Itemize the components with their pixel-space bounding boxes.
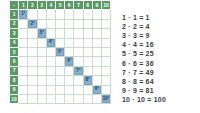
- grid-cell: [38, 48, 46, 56]
- row-header-7: 7: [10, 67, 18, 75]
- grid-cell: [102, 29, 110, 37]
- grid-cell: [38, 95, 46, 103]
- grid-cell: [74, 76, 82, 84]
- row-header-8: 8: [10, 76, 18, 84]
- grid-cell: [19, 57, 27, 65]
- equation-row-10: 10 · 10 = 100: [122, 95, 166, 104]
- grid-cell: [93, 95, 101, 103]
- grid-cell: [74, 29, 82, 37]
- grid-cell: [74, 86, 82, 94]
- grid-cell: [84, 57, 92, 65]
- grid-cell: [84, 10, 92, 18]
- col-header-4: 4: [47, 1, 55, 9]
- grid-cell: [93, 67, 101, 75]
- grid-cell: [102, 76, 110, 84]
- col-header-6: 6: [65, 1, 73, 9]
- grid-cell: [102, 10, 110, 18]
- grid-cell: [84, 20, 92, 28]
- square-cell-10: 10²: [102, 95, 110, 103]
- grid-cell: [102, 20, 110, 28]
- grid-cell: [74, 39, 82, 47]
- grid-cell: [84, 39, 92, 47]
- grid-cell: [47, 48, 55, 56]
- col-header-9: 9: [93, 1, 101, 9]
- square-cell-4: 4²: [47, 39, 55, 47]
- col-header-10: 10: [102, 1, 110, 9]
- row-header-3: 3: [10, 29, 18, 37]
- grid-cell: [19, 48, 27, 56]
- grid-cell: [28, 67, 36, 75]
- row-header-9: 9: [10, 86, 18, 94]
- grid-cell: [74, 10, 82, 18]
- grid-cell: [93, 39, 101, 47]
- grid-cell: [47, 57, 55, 65]
- grid-cell: [102, 57, 110, 65]
- equation-row-2: 2 · 2 = 4: [122, 22, 166, 31]
- col-header-2: 2: [28, 1, 36, 9]
- grid-cell: [74, 57, 82, 65]
- grid-cell: [84, 67, 92, 75]
- row-header-5: 5: [10, 48, 18, 56]
- grid-cell: [65, 48, 73, 56]
- grid-cell: [19, 67, 27, 75]
- grid-cell: [19, 95, 27, 103]
- grid-cell: [102, 86, 110, 94]
- grid-cell: [38, 39, 46, 47]
- grid-cell: [47, 29, 55, 37]
- col-header-8: 8: [84, 1, 92, 9]
- grid-cell: [47, 76, 55, 84]
- grid-cell: [47, 67, 55, 75]
- grid-cell: [28, 95, 36, 103]
- grid-cell: [102, 39, 110, 47]
- grid-cell: [93, 20, 101, 28]
- grid-cell: [65, 10, 73, 18]
- grid-cell: [65, 95, 73, 103]
- multiplication-grid: ·1234567891011²22²33²44²55²66²77²88²99²1…: [10, 1, 111, 104]
- grid-cell: [93, 76, 101, 84]
- grid-cell: [84, 29, 92, 37]
- grid-cell: [56, 95, 64, 103]
- equation-row-8: 8 · 8 = 64: [122, 77, 166, 86]
- grid-cell: [19, 76, 27, 84]
- grid-cell: [28, 76, 36, 84]
- col-header-5: 5: [56, 1, 64, 9]
- equation-row-7: 7 · 7 = 49: [122, 68, 166, 77]
- grid-cell: [28, 86, 36, 94]
- grid-cell: [19, 86, 27, 94]
- grid-cell: [93, 10, 101, 18]
- grid-cell: [56, 20, 64, 28]
- grid-cell: [38, 10, 46, 18]
- row-header-6: 6: [10, 57, 18, 65]
- grid-cell: [56, 57, 64, 65]
- equation-row-6: 6 · 6 = 36: [122, 58, 166, 67]
- grid-cell: [56, 67, 64, 75]
- grid-cell: [84, 48, 92, 56]
- grid-cell: [65, 20, 73, 28]
- grid-cell: [65, 39, 73, 47]
- row-header-10: 10: [10, 95, 18, 103]
- grid-cell: [38, 76, 46, 84]
- grid-cell: [28, 10, 36, 18]
- grid-cell: [56, 86, 64, 94]
- grid-cell: [93, 29, 101, 37]
- grid-cell: [56, 29, 64, 37]
- grid-cell: [65, 76, 73, 84]
- row-header-2: 2: [10, 20, 18, 28]
- square-cell-6: 6²: [65, 57, 73, 65]
- square-cell-7: 7²: [74, 67, 82, 75]
- equation-row-5: 5 · 5 = 25: [122, 49, 166, 58]
- square-cell-3: 3²: [38, 29, 46, 37]
- grid-cell: [56, 76, 64, 84]
- square-cell-8: 8²: [84, 76, 92, 84]
- grid-cell: [38, 20, 46, 28]
- grid-cell: [38, 67, 46, 75]
- square-cell-2: 2²: [28, 20, 36, 28]
- grid-cell: [47, 20, 55, 28]
- grid-cell: [84, 86, 92, 94]
- grid-cell: [93, 48, 101, 56]
- grid-cell: [93, 57, 101, 65]
- grid-cell: [19, 29, 27, 37]
- equation-row-3: 3 · 3 = 9: [122, 31, 166, 40]
- equation-row-1: 1 · 1 = 1: [122, 13, 166, 22]
- grid-cell: [74, 20, 82, 28]
- grid-cell: [28, 39, 36, 47]
- col-header-3: 3: [38, 1, 46, 9]
- grid-cell: [47, 10, 55, 18]
- row-header-4: 4: [10, 39, 18, 47]
- grid-cell: [28, 57, 36, 65]
- grid-cell: [47, 95, 55, 103]
- grid-cell: [84, 95, 92, 103]
- grid-cell: [56, 39, 64, 47]
- grid-cell: [38, 86, 46, 94]
- grid-cell: [19, 20, 27, 28]
- equation-row-9: 9 · 9 = 81: [122, 86, 166, 95]
- square-cell-9: 9²: [93, 86, 101, 94]
- equation-row-4: 4 · 4 = 16: [122, 40, 166, 49]
- corner-cell: ·: [10, 1, 18, 9]
- grid-cell: [56, 10, 64, 18]
- grid-cell: [38, 57, 46, 65]
- grid-cell: [65, 86, 73, 94]
- row-header-1: 1: [10, 10, 18, 18]
- grid-cell: [19, 39, 27, 47]
- square-cell-1: 1²: [19, 10, 27, 18]
- grid-cell: [65, 29, 73, 37]
- equations-list: 1 · 1 = 12 · 2 = 43 · 3 = 94 · 4 = 165 ·…: [122, 13, 166, 104]
- grid-cell: [102, 67, 110, 75]
- col-header-7: 7: [74, 1, 82, 9]
- grid-cell: [65, 67, 73, 75]
- grid-cell: [74, 48, 82, 56]
- grid-cell: [28, 48, 36, 56]
- grid-cell: [74, 95, 82, 103]
- grid-cell: [28, 29, 36, 37]
- square-cell-5: 5²: [56, 48, 64, 56]
- grid-cell: [102, 48, 110, 56]
- grid-cell: [47, 86, 55, 94]
- col-header-1: 1: [19, 1, 27, 9]
